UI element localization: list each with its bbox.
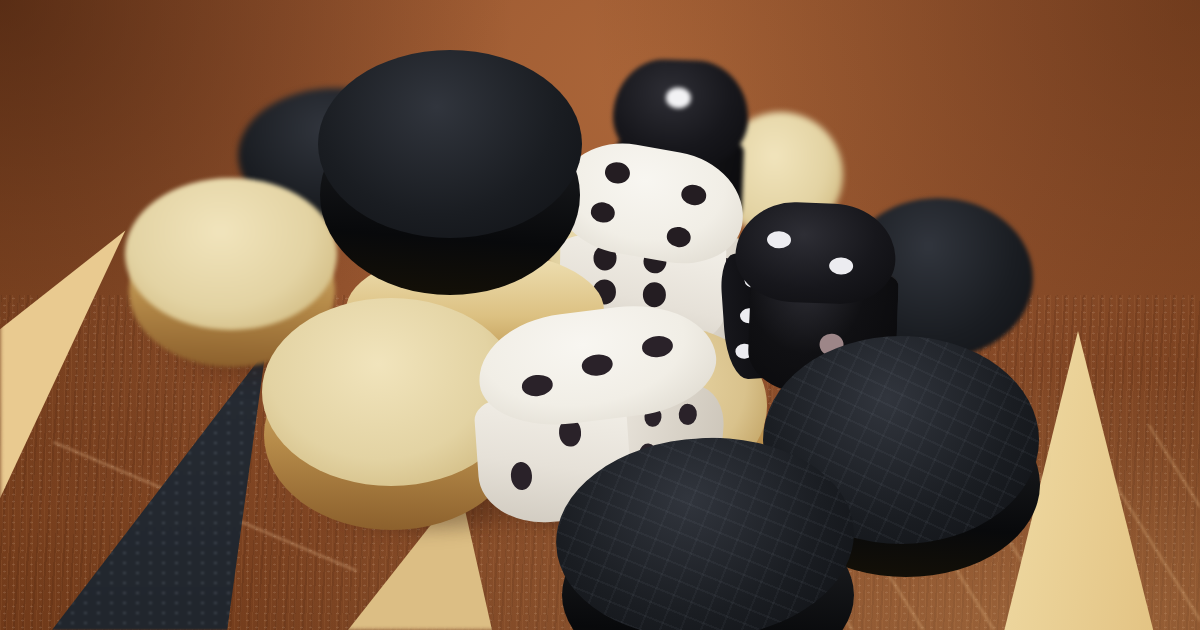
die-pip	[521, 373, 554, 398]
die-pip	[642, 282, 666, 307]
die-pip	[665, 87, 691, 109]
die-pip	[828, 257, 853, 275]
die-pip	[641, 334, 674, 359]
die-top-face	[734, 200, 897, 306]
die-pip	[680, 183, 708, 208]
stack-top-checker-face	[318, 50, 582, 238]
die-pip	[604, 160, 632, 185]
die-pip	[581, 353, 614, 378]
die-pip	[589, 200, 617, 225]
die-pip	[510, 461, 533, 490]
checker-face	[125, 178, 337, 330]
backgammon-photo	[0, 0, 1200, 630]
die-pip	[665, 225, 693, 250]
die-pip	[678, 404, 697, 426]
die-pip	[767, 231, 792, 249]
